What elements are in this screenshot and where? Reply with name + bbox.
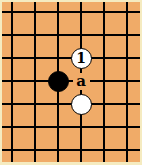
stone-white: [71, 94, 92, 115]
grid-line-horizontal-7: [2, 149, 140, 151]
grid-line-vertical-6: [126, 2, 128, 162]
grid-line-horizontal-6: [2, 126, 140, 128]
grid-line-horizontal-1: [2, 11, 140, 13]
go-board: a1: [2, 2, 140, 162]
stone-white-move-1: 1: [71, 48, 92, 69]
grid-line-vertical-1: [11, 2, 13, 162]
stone-black: [48, 71, 69, 92]
stone-move-number: 1: [76, 51, 86, 65]
point-label-a: a: [73, 73, 90, 90]
grid-line-vertical-5: [103, 2, 105, 162]
go-diagram: a1: [0, 0, 142, 165]
grid-line-horizontal-2: [2, 34, 140, 36]
point-label-text: a: [76, 74, 86, 89]
grid-line-vertical-2: [34, 2, 36, 162]
grid-line-horizontal-4: [2, 80, 140, 82]
